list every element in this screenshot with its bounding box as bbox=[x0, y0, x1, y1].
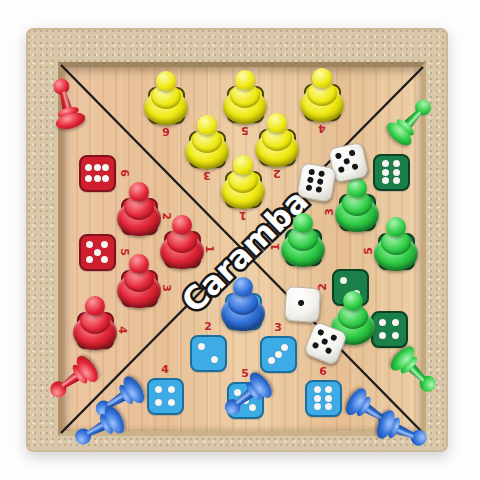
die-pip bbox=[94, 175, 101, 182]
die-pip bbox=[155, 386, 162, 393]
die-pip bbox=[324, 346, 332, 354]
square-label: 5 bbox=[237, 123, 253, 137]
die-pip bbox=[86, 241, 93, 248]
die-pip bbox=[382, 169, 389, 176]
square-red-6[interactable] bbox=[79, 155, 116, 192]
die-pip bbox=[314, 386, 321, 393]
pawn-head bbox=[156, 71, 176, 91]
pawn-head bbox=[233, 155, 253, 175]
die-pip bbox=[340, 277, 347, 284]
pawn-head bbox=[197, 115, 217, 135]
square-label: 6 bbox=[315, 365, 331, 379]
pawn-red[interactable] bbox=[115, 254, 163, 308]
pawn-head bbox=[235, 70, 255, 90]
die-pip bbox=[320, 337, 328, 345]
die-pip bbox=[86, 256, 93, 263]
die-pip bbox=[343, 157, 350, 164]
white-die[interactable] bbox=[283, 285, 320, 322]
pawn-green[interactable] bbox=[333, 178, 381, 232]
die-pip bbox=[305, 184, 312, 191]
die-pip bbox=[314, 395, 321, 402]
die-pip bbox=[102, 175, 109, 182]
white-die[interactable] bbox=[296, 162, 337, 203]
square-label: 6 bbox=[117, 165, 131, 181]
die-pip bbox=[316, 178, 323, 185]
die-pip bbox=[314, 403, 321, 410]
square-label: 4 bbox=[314, 121, 330, 135]
die-pip bbox=[379, 332, 386, 339]
die-pip bbox=[318, 170, 325, 177]
die-pip bbox=[393, 177, 400, 184]
pawn-green[interactable] bbox=[279, 213, 327, 267]
die-pip bbox=[101, 256, 108, 263]
die-pip bbox=[392, 332, 399, 339]
pawn-red[interactable] bbox=[158, 215, 206, 269]
die-pip bbox=[155, 399, 162, 406]
square-label: 3 bbox=[270, 321, 286, 335]
die-pip bbox=[393, 160, 400, 167]
square-blue-4[interactable] bbox=[147, 378, 184, 415]
die-pip bbox=[382, 177, 389, 184]
square-blue-2[interactable] bbox=[190, 335, 227, 372]
pawn-head bbox=[129, 182, 149, 202]
pawn-head bbox=[172, 215, 192, 235]
die-pip bbox=[101, 241, 108, 248]
pawn-head bbox=[267, 113, 287, 133]
die-pip bbox=[337, 165, 344, 172]
die-pip bbox=[316, 328, 324, 336]
die-pip bbox=[379, 319, 386, 326]
die-pip bbox=[168, 386, 175, 393]
die-pip bbox=[392, 319, 399, 326]
pieces-layer: 654321654231654321123456Caramba bbox=[0, 0, 480, 480]
die-pip bbox=[94, 164, 101, 171]
die-pip bbox=[211, 356, 218, 363]
die-pip bbox=[382, 160, 389, 167]
square-label: 2 bbox=[269, 166, 285, 180]
die-pip bbox=[325, 386, 332, 393]
die-pip bbox=[311, 341, 319, 349]
die-pip bbox=[85, 164, 92, 171]
die-pip bbox=[94, 249, 101, 256]
die-pip bbox=[102, 164, 109, 171]
square-blue-3[interactable] bbox=[260, 336, 297, 373]
die-pip bbox=[198, 343, 205, 350]
die-pip bbox=[297, 299, 303, 305]
die-pip bbox=[325, 395, 332, 402]
pawn-head bbox=[129, 254, 149, 274]
square-blue-6[interactable] bbox=[305, 380, 342, 417]
die-pip bbox=[281, 344, 288, 351]
square-label: 4 bbox=[157, 363, 173, 377]
die-pip bbox=[393, 169, 400, 176]
pawn-yellow[interactable] bbox=[298, 68, 346, 122]
pawn-yellow[interactable] bbox=[219, 155, 267, 209]
pawn-head bbox=[343, 291, 363, 311]
photo-background: 654321654231654321123456Caramba bbox=[0, 0, 480, 480]
die-pip bbox=[348, 149, 355, 156]
die-pip bbox=[168, 399, 175, 406]
pawn-red[interactable] bbox=[71, 296, 119, 350]
pawn-head bbox=[233, 277, 253, 297]
die-pip bbox=[351, 163, 358, 170]
die-pip bbox=[329, 333, 337, 341]
pawn-head bbox=[85, 296, 105, 316]
die-pip bbox=[307, 168, 314, 175]
die-pip bbox=[335, 152, 342, 159]
square-label: 6 bbox=[158, 124, 174, 138]
die-pip bbox=[85, 175, 92, 182]
pawn-head bbox=[347, 178, 367, 198]
square-red-5[interactable] bbox=[79, 234, 116, 271]
pawn-head bbox=[386, 217, 406, 237]
die-pip bbox=[306, 176, 313, 183]
pawn-blue[interactable] bbox=[219, 277, 267, 331]
pawn-red[interactable] bbox=[115, 182, 163, 236]
die-pip bbox=[325, 403, 332, 410]
pawn-head bbox=[293, 213, 313, 233]
pawn-head bbox=[312, 68, 332, 88]
square-label: 2 bbox=[200, 320, 216, 334]
die-pip bbox=[315, 185, 322, 192]
die-pip bbox=[268, 357, 275, 364]
square-label: 3 bbox=[199, 168, 215, 182]
die-pip bbox=[275, 351, 282, 358]
